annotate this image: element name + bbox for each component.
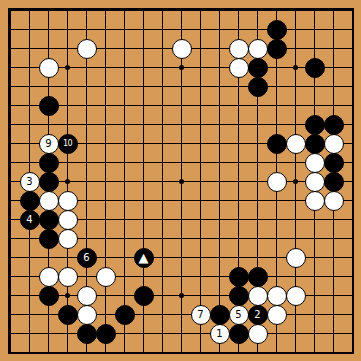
black-stone[interactable] (39, 96, 59, 116)
star-point (179, 65, 184, 70)
go-diagram: 910346▲7521 (0, 0, 361, 361)
move-number-label: 6 (83, 253, 89, 263)
white-stone[interactable] (58, 210, 78, 230)
move-number-label: 5 (235, 310, 241, 320)
black-stone[interactable] (115, 305, 135, 325)
white-stone[interactable] (77, 286, 97, 306)
white-stone[interactable] (286, 134, 306, 154)
white-stone[interactable] (324, 134, 344, 154)
grid-line-vertical (219, 10, 220, 353)
move-number-label: 3 (26, 177, 32, 187)
star-point (179, 179, 184, 184)
white-stone[interactable] (286, 248, 306, 268)
white-stone[interactable] (229, 39, 249, 59)
black-stone[interactable] (324, 115, 344, 135)
grid-line-vertical (352, 10, 353, 353)
black-stone[interactable] (39, 172, 59, 192)
white-stone[interactable] (58, 191, 78, 211)
star-point (65, 293, 70, 298)
star-point (179, 293, 184, 298)
white-stone[interactable] (39, 58, 59, 78)
black-stone[interactable] (134, 286, 154, 306)
move-number-label: 7 (197, 310, 203, 320)
star-point (293, 65, 298, 70)
star-point (65, 179, 70, 184)
black-stone[interactable] (267, 134, 287, 154)
white-stone[interactable] (248, 286, 268, 306)
grid-line-horizontal (10, 352, 353, 353)
white-stone[interactable] (267, 172, 287, 192)
black-stone[interactable] (39, 153, 59, 173)
white-stone[interactable] (248, 39, 268, 59)
black-stone[interactable] (267, 20, 287, 40)
white-stone[interactable]: 1 (210, 324, 230, 344)
black-stone[interactable] (248, 267, 268, 287)
move-number-label: 10 (63, 140, 72, 148)
grid-line-horizontal (10, 333, 353, 334)
white-stone[interactable] (96, 267, 116, 287)
white-stone[interactable] (305, 172, 325, 192)
star-point (65, 65, 70, 70)
move-number-label: 1 (216, 329, 222, 339)
black-stone[interactable]: 4 (20, 210, 40, 230)
white-stone[interactable] (248, 324, 268, 344)
white-stone[interactable] (305, 191, 325, 211)
white-stone[interactable] (77, 305, 97, 325)
black-stone[interactable] (39, 229, 59, 249)
white-stone[interactable]: 7 (191, 305, 211, 325)
black-stone[interactable] (96, 324, 116, 344)
move-number-label: 4 (26, 215, 32, 225)
white-stone[interactable] (286, 286, 306, 306)
black-stone[interactable] (229, 286, 249, 306)
black-stone[interactable] (20, 191, 40, 211)
white-stone[interactable] (39, 191, 59, 211)
black-stone[interactable] (77, 324, 97, 344)
move-number-label: 2 (254, 310, 260, 320)
white-stone[interactable] (267, 305, 287, 325)
black-stone[interactable] (229, 267, 249, 287)
black-stone[interactable] (248, 58, 268, 78)
black-stone[interactable] (248, 77, 268, 97)
white-stone[interactable] (229, 58, 249, 78)
white-stone[interactable]: 3 (20, 172, 40, 192)
white-stone[interactable] (39, 267, 59, 287)
white-stone[interactable]: 9 (39, 134, 59, 154)
white-stone[interactable] (324, 191, 344, 211)
black-stone[interactable] (324, 153, 344, 173)
black-stone[interactable] (39, 210, 59, 230)
black-stone[interactable] (229, 324, 249, 344)
star-point (293, 179, 298, 184)
black-stone[interactable] (305, 115, 325, 135)
black-stone[interactable] (324, 172, 344, 192)
black-stone[interactable] (305, 134, 325, 154)
white-stone[interactable] (305, 153, 325, 173)
white-stone[interactable] (172, 39, 192, 59)
black-stone[interactable]: 2 (248, 305, 268, 325)
white-stone[interactable] (58, 229, 78, 249)
white-stone[interactable] (77, 39, 97, 59)
white-stone[interactable] (267, 286, 287, 306)
black-stone[interactable] (267, 39, 287, 59)
black-stone[interactable] (58, 305, 78, 325)
black-stone[interactable] (210, 305, 230, 325)
black-stone[interactable]: 10 (58, 134, 78, 154)
black-stone[interactable]: ▲ (134, 248, 154, 268)
black-stone[interactable] (305, 58, 325, 78)
white-stone[interactable] (58, 267, 78, 287)
move-number-label: 9 (45, 139, 51, 149)
black-stone[interactable]: 6 (77, 248, 97, 268)
grid-line-vertical (200, 10, 201, 353)
black-stone[interactable] (39, 286, 59, 306)
triangle-mark-icon: ▲ (139, 251, 149, 264)
white-stone[interactable]: 5 (229, 305, 249, 325)
